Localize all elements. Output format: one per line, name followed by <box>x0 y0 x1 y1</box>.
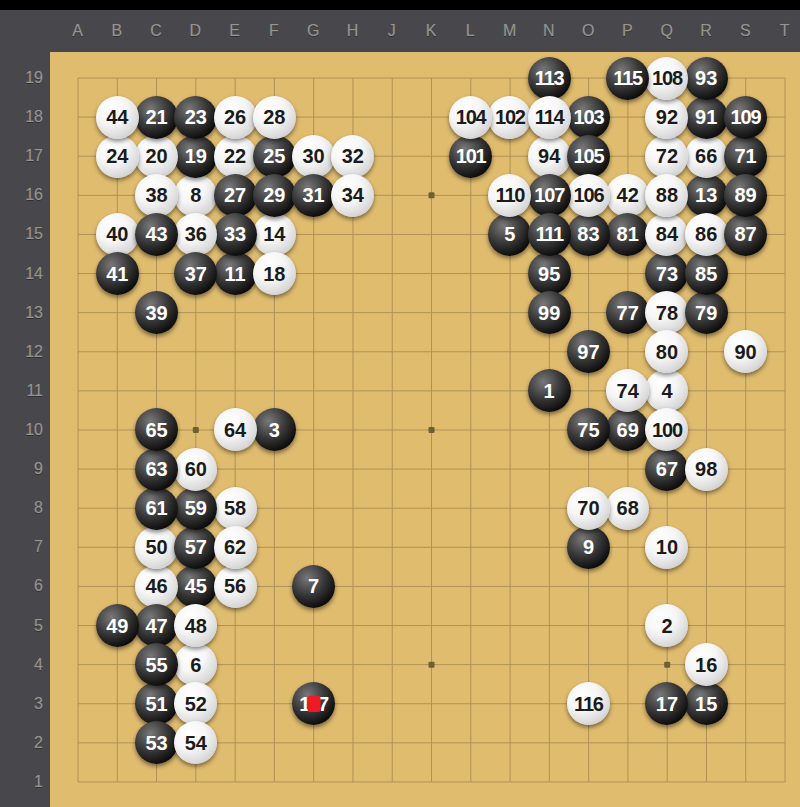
col-label-G: G <box>307 22 320 40</box>
move-number: 87 <box>734 224 756 244</box>
stone-r15-move-86[interactable]: 86 <box>687 215 726 254</box>
move-number: 21 <box>145 107 167 127</box>
move-number: 72 <box>656 146 678 166</box>
move-number: 57 <box>185 537 207 557</box>
move-number: 31 <box>302 185 324 205</box>
move-number: 27 <box>224 185 246 205</box>
col-label-M: M <box>503 22 517 40</box>
col-label-T: T <box>780 22 791 40</box>
stone-l17-move-101[interactable]: 101 <box>451 137 490 176</box>
move-number: 110 <box>496 185 525 205</box>
row-label-19: 19 <box>25 69 43 87</box>
stone-c3-move-51[interactable]: 51 <box>137 684 176 723</box>
row-label-16: 16 <box>25 186 43 204</box>
stone-c18-move-21[interactable]: 21 <box>137 98 176 137</box>
stone-o17-move-105[interactable]: 105 <box>569 137 608 176</box>
stone-s16-move-89[interactable]: 89 <box>726 176 765 215</box>
move-number: 34 <box>342 185 364 205</box>
move-number: 63 <box>145 459 167 479</box>
stone-d18-move-23[interactable]: 23 <box>176 98 215 137</box>
move-number: 61 <box>145 498 167 518</box>
move-number: 60 <box>185 459 207 479</box>
move-number: 75 <box>577 420 599 440</box>
stone-p15-move-81[interactable]: 81 <box>608 215 647 254</box>
stone-f10-move-3[interactable]: 3 <box>255 410 294 449</box>
move-number: 66 <box>695 146 717 166</box>
move-number: 109 <box>731 107 761 127</box>
move-number: 2 <box>661 616 672 636</box>
move-number: 9 <box>583 537 594 557</box>
row-label-14: 14 <box>25 265 43 283</box>
stone-d17-move-19[interactable]: 19 <box>176 137 215 176</box>
move-number: 7 <box>308 576 319 596</box>
move-number: 91 <box>695 107 717 127</box>
move-number: 16 <box>695 655 717 675</box>
stone-g16-move-31[interactable]: 31 <box>294 176 333 215</box>
move-number: 23 <box>185 107 207 127</box>
stone-h17-move-32[interactable]: 32 <box>333 137 372 176</box>
stone-q9-move-67[interactable]: 67 <box>647 450 686 489</box>
move-number: 51 <box>145 694 167 714</box>
row-label-10: 10 <box>25 421 43 439</box>
row-labels-band: 19181716151413121110987654321 <box>0 52 50 807</box>
col-label-C: C <box>150 22 163 40</box>
stone-r9-move-98[interactable]: 98 <box>687 450 726 489</box>
move-number: 40 <box>106 224 128 244</box>
move-number: 116 <box>574 694 603 714</box>
move-number: 99 <box>538 303 560 323</box>
stone-n19-move-113[interactable]: 113 <box>530 58 569 97</box>
stone-s12-move-90[interactable]: 90 <box>726 332 765 371</box>
move-number: 47 <box>145 616 167 636</box>
row-label-8: 8 <box>34 499 43 517</box>
col-label-E: E <box>229 22 241 40</box>
move-number: 30 <box>302 146 324 166</box>
move-number: 106 <box>574 185 604 205</box>
stone-o15-move-83[interactable]: 83 <box>569 215 608 254</box>
stone-o8-move-70[interactable]: 70 <box>569 489 608 528</box>
move-number: 48 <box>185 616 207 636</box>
stone-r13-move-79[interactable]: 79 <box>687 293 726 332</box>
move-number: 80 <box>656 342 678 362</box>
stone-r19-move-93[interactable]: 93 <box>687 58 726 97</box>
move-number: 69 <box>617 420 639 440</box>
move-number: 93 <box>695 68 717 88</box>
stone-q14-move-73[interactable]: 73 <box>647 254 686 293</box>
stone-q12-move-80[interactable]: 80 <box>647 332 686 371</box>
row-label-15: 15 <box>25 225 43 243</box>
move-number: 24 <box>106 146 128 166</box>
column-labels-band: ABCDEFGHJKLMNOPQRST <box>0 10 800 52</box>
stone-p16-move-42[interactable]: 42 <box>608 176 647 215</box>
move-number: 55 <box>145 655 167 675</box>
move-number: 41 <box>106 264 128 284</box>
stone-b17-move-24[interactable]: 24 <box>98 137 137 176</box>
stone-c7-move-50[interactable]: 50 <box>137 528 176 567</box>
stones-grid: 1234567891011131415161718192021222324252… <box>58 58 800 801</box>
stone-n14-move-95[interactable]: 95 <box>530 254 569 293</box>
stone-m16-move-110[interactable]: 110 <box>490 176 529 215</box>
move-number: 103 <box>574 107 604 127</box>
col-label-H: H <box>347 22 360 40</box>
stone-f14-move-18[interactable]: 18 <box>255 254 294 293</box>
col-label-B: B <box>111 22 123 40</box>
row-label-17: 17 <box>25 147 43 165</box>
stone-g6-move-7[interactable]: 7 <box>294 567 333 606</box>
move-number: 90 <box>734 342 756 362</box>
move-number: 97 <box>577 342 599 362</box>
stone-q17-move-72[interactable]: 72 <box>647 137 686 176</box>
stone-c4-move-55[interactable]: 55 <box>137 645 176 684</box>
move-number: 67 <box>656 459 678 479</box>
move-number: 64 <box>224 420 246 440</box>
stone-r3-move-15[interactable]: 15 <box>687 684 726 723</box>
stone-d15-move-36[interactable]: 36 <box>176 215 215 254</box>
col-label-Q: Q <box>660 22 673 40</box>
move-number: 46 <box>145 576 167 596</box>
stone-e14-move-11[interactable]: 11 <box>215 254 254 293</box>
move-number: 33 <box>224 224 246 244</box>
move-number: 84 <box>656 224 678 244</box>
stone-c6-move-46[interactable]: 46 <box>137 567 176 606</box>
stone-d6-move-45[interactable]: 45 <box>176 567 215 606</box>
move-number: 101 <box>456 146 486 166</box>
row-label-4: 4 <box>34 656 43 674</box>
move-number: 86 <box>695 224 717 244</box>
move-number: 53 <box>145 733 167 753</box>
move-number: 70 <box>577 498 599 518</box>
row-label-3: 3 <box>34 695 43 713</box>
col-label-L: L <box>466 22 476 40</box>
move-number: 74 <box>617 381 639 401</box>
move-number: 113 <box>535 68 564 88</box>
move-number: 92 <box>656 107 678 127</box>
move-number: 50 <box>145 537 167 557</box>
move-number: 15 <box>695 694 717 714</box>
move-number: 5 <box>504 224 515 244</box>
stone-e16-move-27[interactable]: 27 <box>215 176 254 215</box>
stone-q16-move-88[interactable]: 88 <box>647 176 686 215</box>
move-number: 18 <box>263 264 285 284</box>
stone-n16-move-107[interactable]: 107 <box>530 176 569 215</box>
stone-d16-move-8[interactable]: 8 <box>176 176 215 215</box>
move-number: 108 <box>652 68 682 88</box>
stone-c13-move-39[interactable]: 39 <box>137 293 176 332</box>
stone-n13-move-99[interactable]: 99 <box>530 293 569 332</box>
stone-q3-move-17[interactable]: 17 <box>647 684 686 723</box>
stone-f15-move-14[interactable]: 14 <box>255 215 294 254</box>
stone-f16-move-29[interactable]: 29 <box>255 176 294 215</box>
stone-c17-move-20[interactable]: 20 <box>137 137 176 176</box>
stone-p19-move-115[interactable]: 115 <box>608 58 647 97</box>
move-number: 78 <box>656 303 678 323</box>
move-number: 77 <box>617 303 639 323</box>
stone-n11-move-1[interactable]: 1 <box>530 371 569 410</box>
stone-g3-move-117[interactable]: 117 <box>294 684 333 723</box>
stone-b5-move-49[interactable]: 49 <box>98 606 137 645</box>
stone-q7-move-10[interactable]: 10 <box>647 528 686 567</box>
move-number: 114 <box>535 107 564 127</box>
stone-h16-move-34[interactable]: 34 <box>333 176 372 215</box>
stone-q19-move-108[interactable]: 108 <box>647 58 686 97</box>
move-number: 11 <box>224 264 245 284</box>
move-number: 105 <box>574 146 604 166</box>
move-number: 94 <box>538 146 560 166</box>
stone-r17-move-66[interactable]: 66 <box>687 137 726 176</box>
stone-r14-move-85[interactable]: 85 <box>687 254 726 293</box>
move-number: 22 <box>224 146 246 166</box>
stone-q15-move-84[interactable]: 84 <box>647 215 686 254</box>
row-label-1: 1 <box>34 773 43 791</box>
stone-c10-move-65[interactable]: 65 <box>137 410 176 449</box>
move-number: 71 <box>734 146 756 166</box>
move-number: 58 <box>224 498 246 518</box>
move-number: 42 <box>617 185 639 205</box>
col-label-A: A <box>72 22 84 40</box>
stone-p8-move-68[interactable]: 68 <box>608 489 647 528</box>
stone-n17-move-94[interactable]: 94 <box>530 137 569 176</box>
stone-e18-move-26[interactable]: 26 <box>215 98 254 137</box>
last-move-marker <box>307 696 320 712</box>
row-label-9: 9 <box>34 460 43 478</box>
go-board[interactable]: 1234567891011131415161718192021222324252… <box>50 52 800 807</box>
stone-f17-move-25[interactable]: 25 <box>255 137 294 176</box>
move-number: 25 <box>263 146 285 166</box>
move-number: 98 <box>695 459 717 479</box>
col-label-D: D <box>190 22 203 40</box>
stone-e15-move-33[interactable]: 33 <box>215 215 254 254</box>
stone-c8-move-61[interactable]: 61 <box>137 489 176 528</box>
move-number: 29 <box>263 185 285 205</box>
stone-b15-move-40[interactable]: 40 <box>98 215 137 254</box>
stone-d9-move-60[interactable]: 60 <box>176 450 215 489</box>
stone-m15-move-5[interactable]: 5 <box>490 215 529 254</box>
top-strip <box>0 0 800 10</box>
move-number: 36 <box>185 224 207 244</box>
move-number: 13 <box>695 185 717 205</box>
stone-o7-move-9[interactable]: 9 <box>569 528 608 567</box>
move-number: 95 <box>538 264 560 284</box>
stone-d4-move-6[interactable]: 6 <box>176 645 215 684</box>
move-number: 32 <box>342 146 364 166</box>
stone-e6-move-56[interactable]: 56 <box>215 567 254 606</box>
stone-r16-move-13[interactable]: 13 <box>687 176 726 215</box>
move-number: 59 <box>185 498 207 518</box>
move-number: 20 <box>145 146 167 166</box>
col-label-F: F <box>269 22 280 40</box>
col-label-K: K <box>426 22 438 40</box>
stone-c16-move-38[interactable]: 38 <box>137 176 176 215</box>
stone-e10-move-64[interactable]: 64 <box>215 410 254 449</box>
row-label-13: 13 <box>25 304 43 322</box>
row-label-5: 5 <box>34 617 43 635</box>
row-label-2: 2 <box>34 734 43 752</box>
stone-l18-move-104[interactable]: 104 <box>451 98 490 137</box>
stone-s18-move-109[interactable]: 109 <box>726 98 765 137</box>
move-number: 26 <box>224 107 246 127</box>
stone-e7-move-62[interactable]: 62 <box>215 528 254 567</box>
stone-d8-move-59[interactable]: 59 <box>176 489 215 528</box>
stone-n15-move-111[interactable]: 111 <box>530 215 569 254</box>
stone-e17-move-22[interactable]: 22 <box>215 137 254 176</box>
move-number: 107 <box>534 185 564 205</box>
stone-g17-move-30[interactable]: 30 <box>294 137 333 176</box>
col-label-O: O <box>582 22 595 40</box>
move-number: 52 <box>185 694 207 714</box>
stone-o12-move-97[interactable]: 97 <box>569 332 608 371</box>
move-number: 85 <box>695 264 717 284</box>
move-number: 19 <box>185 146 207 166</box>
move-number: 88 <box>656 185 678 205</box>
stone-p11-move-74[interactable]: 74 <box>608 371 647 410</box>
move-number: 102 <box>495 107 525 127</box>
move-number: 10 <box>656 537 678 557</box>
row-label-18: 18 <box>25 108 43 126</box>
move-number: 37 <box>185 264 207 284</box>
move-number: 81 <box>617 224 639 244</box>
stone-f18-move-28[interactable]: 28 <box>255 98 294 137</box>
stone-c9-move-63[interactable]: 63 <box>137 450 176 489</box>
move-number: 56 <box>224 576 246 596</box>
col-label-J: J <box>388 22 397 40</box>
col-label-N: N <box>543 22 556 40</box>
stone-b14-move-41[interactable]: 41 <box>98 254 137 293</box>
stone-o18-move-103[interactable]: 103 <box>569 98 608 137</box>
move-number: 39 <box>145 303 167 323</box>
stone-q13-move-78[interactable]: 78 <box>647 293 686 332</box>
move-number: 111 <box>535 224 563 244</box>
col-label-P: P <box>622 22 634 40</box>
move-number: 8 <box>190 185 201 205</box>
move-number: 73 <box>656 264 678 284</box>
stone-d14-move-37[interactable]: 37 <box>176 254 215 293</box>
stone-q10-move-100[interactable]: 100 <box>647 410 686 449</box>
stone-d2-move-54[interactable]: 54 <box>176 723 215 762</box>
stone-c15-move-43[interactable]: 43 <box>137 215 176 254</box>
move-number: 49 <box>106 616 128 636</box>
row-label-6: 6 <box>34 577 43 595</box>
stone-n18-move-114[interactable]: 114 <box>530 98 569 137</box>
move-number: 38 <box>145 185 167 205</box>
stone-d3-move-52[interactable]: 52 <box>176 684 215 723</box>
move-number: 104 <box>456 107 486 127</box>
move-number: 44 <box>106 107 128 127</box>
move-number: 54 <box>185 733 207 753</box>
move-number: 68 <box>617 498 639 518</box>
stone-s15-move-87[interactable]: 87 <box>726 215 765 254</box>
move-number: 43 <box>145 224 167 244</box>
move-number: 28 <box>263 107 285 127</box>
stone-p13-move-77[interactable]: 77 <box>608 293 647 332</box>
move-number: 6 <box>190 655 201 675</box>
move-number: 62 <box>224 537 246 557</box>
stone-o3-move-116[interactable]: 116 <box>569 684 608 723</box>
move-number: 100 <box>652 420 682 440</box>
move-number: 115 <box>613 68 642 88</box>
move-number: 89 <box>734 185 756 205</box>
stone-o16-move-106[interactable]: 106 <box>569 176 608 215</box>
stone-q11-move-4[interactable]: 4 <box>647 371 686 410</box>
move-number: 4 <box>661 381 672 401</box>
move-number: 65 <box>145 420 167 440</box>
stone-m18-move-102[interactable]: 102 <box>490 98 529 137</box>
stone-c5-move-47[interactable]: 47 <box>137 606 176 645</box>
move-number: 17 <box>656 694 678 714</box>
stone-q18-move-92[interactable]: 92 <box>647 98 686 137</box>
stone-d5-move-48[interactable]: 48 <box>176 606 215 645</box>
row-label-7: 7 <box>34 538 43 556</box>
stone-e8-move-58[interactable]: 58 <box>215 489 254 528</box>
stone-q5-move-2[interactable]: 2 <box>647 606 686 645</box>
stone-d7-move-57[interactable]: 57 <box>176 528 215 567</box>
stone-o10-move-75[interactable]: 75 <box>569 410 608 449</box>
move-number: 83 <box>577 224 599 244</box>
stone-s17-move-71[interactable]: 71 <box>726 137 765 176</box>
stone-p10-move-69[interactable]: 69 <box>608 410 647 449</box>
stone-r4-move-16[interactable]: 16 <box>687 645 726 684</box>
move-number: 14 <box>263 224 285 244</box>
stone-b18-move-44[interactable]: 44 <box>98 98 137 137</box>
move-number: 79 <box>695 303 717 323</box>
col-label-R: R <box>700 22 713 40</box>
stone-c2-move-53[interactable]: 53 <box>137 723 176 762</box>
row-label-11: 11 <box>26 382 43 400</box>
col-label-S: S <box>740 22 752 40</box>
move-number: 3 <box>269 420 280 440</box>
row-label-12: 12 <box>25 343 43 361</box>
move-number: 1 <box>544 381 555 401</box>
move-number: 45 <box>185 576 207 596</box>
stone-r18-move-91[interactable]: 91 <box>687 98 726 137</box>
